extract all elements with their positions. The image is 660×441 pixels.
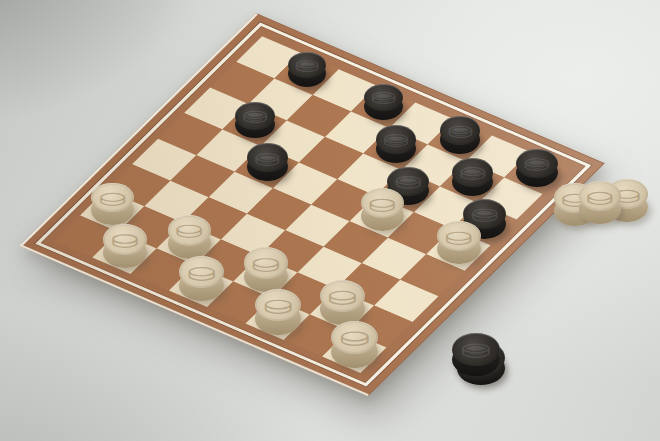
checker-black-r1c2[interactable]: ⛂ xyxy=(288,52,326,87)
checker-white-r8c2[interactable]: ⛀ xyxy=(103,224,147,268)
checker-black-offboard-5[interactable]: ⛂ xyxy=(452,333,499,376)
piece-face: ⛂ xyxy=(452,158,494,187)
white-man-glyph: ⛀ xyxy=(328,283,358,309)
checker-white-r7c1[interactable]: ⛀ xyxy=(91,183,134,226)
piece-face: ⛀ xyxy=(168,215,212,245)
white-man-glyph: ⛀ xyxy=(251,251,280,276)
white-man-glyph: ⛀ xyxy=(263,292,293,318)
white-man-glyph: ⛀ xyxy=(99,186,127,210)
piece-face: ⛂ xyxy=(440,116,480,144)
piece-face: ⛂ xyxy=(452,333,499,366)
piece-face: ⛀ xyxy=(320,280,366,312)
checker-white-r8c8[interactable]: ⛀ xyxy=(331,321,378,368)
piece-face: ⛂ xyxy=(376,125,417,153)
piece-face: ⛀ xyxy=(331,321,378,354)
piece-face: ⛀ xyxy=(437,221,481,252)
checker-black-r3c2[interactable]: ⛂ xyxy=(235,102,275,139)
piece-face: ⛀ xyxy=(361,188,404,218)
checker-black-r1c8[interactable]: ⛂ xyxy=(516,149,557,187)
checker-black-r1c6[interactable]: ⛂ xyxy=(440,116,480,153)
black-man-glyph: ⛂ xyxy=(371,87,397,109)
piece-face: ⛀ xyxy=(255,289,301,321)
white-man-glyph: ⛀ xyxy=(111,227,140,252)
checker-white-r4c6[interactable]: ⛀ xyxy=(361,188,404,231)
white-man-glyph: ⛀ xyxy=(586,184,614,208)
game-name: checkers (draughts), 8x8 board photograp… xyxy=(0,0,1,1)
checker-white-r7c7[interactable]: ⛀ xyxy=(320,280,366,326)
checker-white-r4c8[interactable]: ⛀ xyxy=(437,221,481,265)
piece-face: ⛂ xyxy=(516,149,557,178)
table-surface: checkers (draughts), 8x8 board photograp… xyxy=(0,0,660,441)
black-man-glyph: ⛂ xyxy=(459,161,486,184)
checker-white-r7c5[interactable]: ⛀ xyxy=(244,247,289,292)
checker-white-r7c3[interactable]: ⛀ xyxy=(168,215,212,259)
piece-face: ⛀ xyxy=(579,181,621,211)
black-man-glyph: ⛂ xyxy=(523,152,550,175)
black-man-glyph: ⛂ xyxy=(461,336,492,362)
black-man-glyph: ⛂ xyxy=(447,119,473,142)
piece-face: ⛂ xyxy=(235,102,275,130)
piece-face: ⛀ xyxy=(244,247,289,278)
checker-black-r1c4[interactable]: ⛂ xyxy=(364,84,403,120)
piece-face: ⛂ xyxy=(247,143,288,172)
black-man-glyph: ⛂ xyxy=(295,54,320,75)
checker-white-offboard-3[interactable]: ⛀ xyxy=(579,181,621,223)
white-man-glyph: ⛀ xyxy=(368,191,396,215)
white-man-glyph: ⛀ xyxy=(187,259,216,284)
piece-face: ⛀ xyxy=(179,256,224,287)
white-man-glyph: ⛀ xyxy=(445,224,474,249)
checker-black-r4c3[interactable]: ⛂ xyxy=(247,143,288,181)
piece-face: ⛀ xyxy=(103,224,147,255)
checker-white-r8c4[interactable]: ⛀ xyxy=(179,256,224,301)
white-man-glyph: ⛀ xyxy=(175,218,203,242)
black-man-glyph: ⛂ xyxy=(254,146,281,169)
white-man-glyph: ⛀ xyxy=(339,324,370,350)
black-man-glyph: ⛂ xyxy=(242,105,268,127)
checker-black-r2c5[interactable]: ⛂ xyxy=(376,125,417,162)
black-man-glyph: ⛂ xyxy=(383,128,410,151)
piece-face: ⛀ xyxy=(91,183,134,213)
checker-black-r2c7[interactable]: ⛂ xyxy=(452,158,494,196)
checker-white-r8c6[interactable]: ⛀ xyxy=(255,289,301,335)
